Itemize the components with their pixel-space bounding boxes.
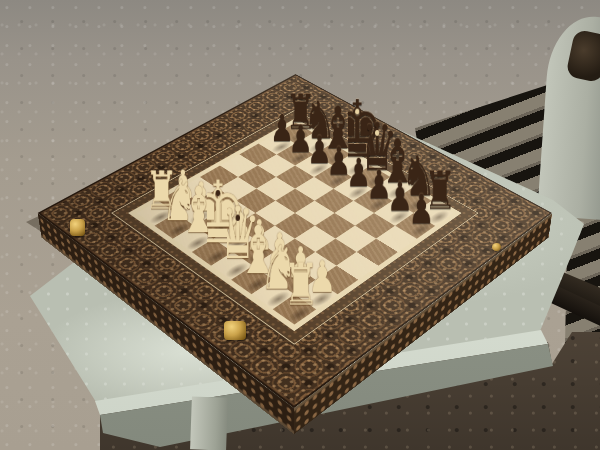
- chess-box: ♜♟♟♜♞♟♟♞♝♟♟♝♚♟♟♚♛♟♟♛♝♟♟♝♞♟♟♞♜♟♟♜: [38, 74, 553, 408]
- piece-white-rook: ♜: [290, 256, 312, 313]
- photo-scene: ♜♟♟♜♞♟♟♞♝♟♟♝♚♟♟♚♛♟♟♛♝♟♟♝♞♟♟♞♜♟♟♜: [0, 0, 600, 450]
- piece-black-pawn: ♟: [390, 176, 410, 216]
- piece-black-pawn: ♟: [411, 189, 432, 230]
- brass-foot: [492, 243, 501, 251]
- board-top-face: ♜♟♟♜♞♟♟♞♝♟♟♝♚♟♟♚♛♟♟♛♝♟♟♝♞♟♟♞♜♟♟♜: [38, 74, 553, 408]
- chess-box-3d-wrapper: ♜♟♟♜♞♟♟♞♝♟♟♝♚♟♟♚♛♟♟♛♝♟♟♝♞♟♟♞♜♟♟♜: [0, 0, 600, 450]
- brass-clasp: [70, 219, 85, 236]
- brass-clasp: [224, 321, 246, 340]
